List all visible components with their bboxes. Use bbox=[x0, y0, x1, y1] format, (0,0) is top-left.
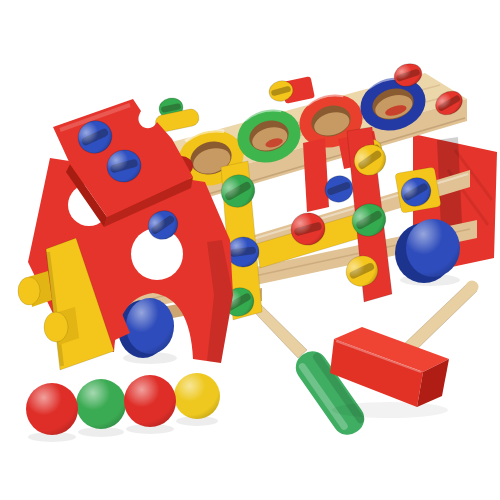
wooden-balls bbox=[26, 373, 220, 442]
red-post bbox=[303, 138, 329, 212]
toy-scene bbox=[0, 0, 500, 500]
slat-yellow-rear bbox=[395, 167, 441, 213]
rear-wheel bbox=[395, 219, 460, 286]
hammer-shadow bbox=[332, 402, 448, 418]
bracket-red-yellow-screw bbox=[267, 76, 315, 104]
bumper-peg-1 bbox=[18, 277, 40, 305]
product-photo bbox=[0, 0, 500, 500]
hammer-handle bbox=[404, 283, 477, 352]
bumper-peg-2 bbox=[44, 312, 68, 342]
